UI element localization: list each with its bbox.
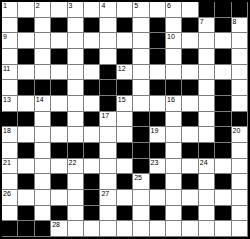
cell-r7c4[interactable] (51, 96, 67, 112)
cell-r6c1[interactable] (2, 80, 18, 96)
cell-r2c6 (84, 18, 100, 34)
cell-r2c4 (51, 18, 67, 34)
cell-r7c15[interactable] (232, 96, 248, 112)
cell-r9c13[interactable] (199, 127, 215, 143)
cell-r1c2[interactable] (18, 2, 34, 18)
cell-r15c1 (2, 221, 18, 237)
cell-r14c7[interactable] (100, 206, 116, 222)
cell-r15c15[interactable] (232, 221, 248, 237)
cell-r6c11 (166, 80, 182, 96)
cell-r1c7[interactable]: 4 (100, 2, 116, 18)
clue-number-9: 9 (3, 33, 7, 40)
cell-r12c2 (18, 174, 34, 190)
cell-r2c3[interactable] (35, 18, 51, 34)
cell-r8c15 (232, 112, 248, 128)
cell-r10c6 (84, 143, 100, 159)
cell-r15c4[interactable]: 28 (51, 221, 67, 237)
cell-r8c12 (182, 112, 198, 128)
cell-r11c4[interactable] (51, 159, 67, 175)
clue-number-25: 25 (134, 174, 142, 181)
cell-r7c11[interactable]: 16 (166, 96, 182, 112)
cell-r8c7[interactable]: 17 (100, 112, 116, 128)
cell-r5c3[interactable] (35, 65, 51, 81)
cell-r13c2[interactable] (18, 190, 34, 206)
cell-r1c14 (215, 2, 231, 18)
cell-r2c10 (150, 18, 166, 34)
cell-r13c5[interactable] (68, 190, 84, 206)
cell-r2c2 (18, 18, 34, 34)
clue-number-17: 17 (101, 112, 109, 119)
cell-r2c15[interactable]: 8 (232, 18, 248, 34)
cell-r12c5[interactable] (68, 174, 84, 190)
cell-r6c13[interactable] (199, 80, 215, 96)
cell-r6c2 (18, 80, 34, 96)
cell-r14c12 (182, 206, 198, 222)
cell-r10c9 (133, 143, 149, 159)
cell-r4c5[interactable] (68, 49, 84, 65)
cell-r8c11[interactable] (166, 112, 182, 128)
cell-r2c13[interactable]: 7 (199, 18, 215, 34)
cell-r4c12 (182, 49, 198, 65)
cell-r9c8[interactable] (117, 127, 133, 143)
cell-r15c5[interactable] (68, 221, 84, 237)
cell-r2c1[interactable] (2, 18, 18, 34)
cell-r10c4 (51, 143, 67, 159)
cell-r13c11[interactable] (166, 190, 182, 206)
cell-r9c14 (215, 127, 231, 143)
cell-r10c7[interactable] (100, 143, 116, 159)
cell-r6c6 (84, 80, 100, 96)
cell-r8c8[interactable] (117, 112, 133, 128)
cell-r1c8[interactable] (117, 2, 133, 18)
clue-number-4: 4 (101, 2, 105, 9)
cell-r3c2[interactable] (18, 33, 34, 49)
cell-r9c12[interactable] (182, 127, 198, 143)
cell-r12c10 (150, 174, 166, 190)
clue-number-18: 18 (3, 127, 11, 134)
cell-r3c12[interactable] (182, 33, 198, 49)
cell-r1c13 (199, 2, 215, 18)
cell-r5c11[interactable] (166, 65, 182, 81)
cell-r4c11[interactable] (166, 49, 182, 65)
cell-r6c14 (215, 80, 231, 96)
cell-r3c11[interactable]: 10 (166, 33, 182, 49)
cell-r8c10 (150, 112, 166, 128)
cell-r9c5[interactable] (68, 127, 84, 143)
cell-r5c12[interactable] (182, 65, 198, 81)
cell-r4c6 (84, 49, 100, 65)
cell-r11c11[interactable] (166, 159, 182, 175)
cell-r3c1[interactable]: 9 (2, 33, 18, 49)
cell-r3c9[interactable] (133, 33, 149, 49)
clue-number-16: 16 (167, 96, 175, 103)
cell-r1c1[interactable]: 1 (2, 2, 18, 18)
cell-r8c4 (51, 112, 67, 128)
cell-r6c8 (117, 80, 133, 96)
cell-r1c15 (232, 2, 248, 18)
cell-r7c1[interactable]: 13 (2, 96, 18, 112)
cell-r10c12 (182, 143, 198, 159)
cell-r2c12 (182, 18, 198, 34)
clue-number-27: 27 (101, 190, 109, 197)
cell-r14c8 (117, 206, 133, 222)
crossword-grid: 1234567891011121314151617181920212223242… (0, 0, 250, 239)
cell-r15c8[interactable] (117, 221, 133, 237)
cell-r10c8 (117, 143, 133, 159)
cell-r6c4 (51, 80, 67, 96)
cell-r9c2[interactable] (18, 127, 34, 143)
cell-r2c9[interactable] (133, 18, 149, 34)
cell-r13c1[interactable]: 26 (2, 190, 18, 206)
cell-r4c9[interactable] (133, 49, 149, 65)
cell-r2c5[interactable] (68, 18, 84, 34)
cell-r12c6 (84, 174, 100, 190)
cell-r12c15[interactable] (232, 174, 248, 190)
cell-r5c8[interactable]: 12 (117, 65, 133, 81)
cell-r5c4[interactable] (51, 65, 67, 81)
cell-r5c14[interactable] (215, 65, 231, 81)
cell-r7c7 (100, 96, 116, 112)
cell-r7c9[interactable] (133, 96, 149, 112)
cell-r15c10[interactable] (150, 221, 166, 237)
cell-r7c8[interactable]: 15 (117, 96, 133, 112)
cell-r11c13[interactable]: 24 (199, 159, 215, 175)
clue-number-23: 23 (151, 159, 159, 166)
clue-number-20: 20 (233, 127, 241, 134)
cell-r8c1 (2, 112, 18, 128)
cell-r10c13 (199, 143, 215, 159)
cell-r14c14 (215, 206, 231, 222)
cell-r12c7[interactable] (100, 174, 116, 190)
cell-r4c15[interactable] (232, 49, 248, 65)
cell-r2c7[interactable] (100, 18, 116, 34)
cell-r13c4[interactable] (51, 190, 67, 206)
cell-r14c5[interactable] (68, 206, 84, 222)
cell-r12c3[interactable] (35, 174, 51, 190)
cell-r12c4 (51, 174, 67, 190)
clue-number-21: 21 (3, 159, 11, 166)
cell-r13c13[interactable] (199, 190, 215, 206)
cell-r3c8[interactable] (117, 33, 133, 49)
clue-number-19: 19 (151, 127, 159, 134)
cell-r1c4[interactable] (51, 2, 67, 18)
cell-r10c2 (18, 143, 34, 159)
cell-r13c9[interactable] (133, 190, 149, 206)
cell-r9c7[interactable] (100, 127, 116, 143)
cell-r9c15[interactable]: 20 (232, 127, 248, 143)
cell-r4c7[interactable] (100, 49, 116, 65)
cell-r11c6[interactable] (84, 159, 100, 175)
cell-r7c14 (215, 96, 231, 112)
clue-number-28: 28 (52, 221, 60, 228)
clue-number-15: 15 (118, 96, 126, 103)
cell-r11c2[interactable] (18, 159, 34, 175)
clue-number-10: 10 (167, 33, 175, 40)
cell-r3c14[interactable] (215, 33, 231, 49)
cell-r13c3[interactable] (35, 190, 51, 206)
cell-r5c1[interactable]: 11 (2, 65, 18, 81)
cell-r11c8[interactable] (117, 159, 133, 175)
clue-number-24: 24 (200, 159, 208, 166)
cell-r13c10[interactable] (150, 190, 166, 206)
cell-r7c12[interactable] (182, 96, 198, 112)
cell-r10c1[interactable] (2, 143, 18, 159)
cell-r10c5 (68, 143, 84, 159)
cell-r11c15[interactable] (232, 159, 248, 175)
clue-number-22: 22 (69, 159, 77, 166)
cell-r10c11[interactable] (166, 143, 182, 159)
cell-r11c1[interactable]: 21 (2, 159, 18, 175)
cell-r5c9[interactable] (133, 65, 149, 81)
cell-r14c11[interactable] (166, 206, 182, 222)
cell-r9c10[interactable]: 19 (150, 127, 166, 143)
clue-number-14: 14 (36, 96, 44, 103)
crossword-cells: 1234567891011121314151617181920212223242… (2, 2, 248, 237)
cell-r3c5[interactable] (68, 33, 84, 49)
cell-r7c2[interactable] (18, 96, 34, 112)
clue-number-5: 5 (134, 2, 138, 9)
cell-r1c3[interactable]: 2 (35, 2, 51, 18)
cell-r10c10 (150, 143, 166, 159)
cell-r9c3[interactable] (35, 127, 51, 143)
cell-r9c6[interactable] (84, 127, 100, 143)
cell-r3c3[interactable] (35, 33, 51, 49)
clue-number-2: 2 (36, 2, 40, 9)
cell-r12c13[interactable] (199, 174, 215, 190)
clue-number-26: 26 (3, 190, 11, 197)
clue-number-3: 3 (69, 2, 73, 9)
cell-r4c4 (51, 49, 67, 65)
cell-r1c11[interactable]: 6 (166, 2, 182, 18)
cell-r10c14 (215, 143, 231, 159)
cell-r15c9[interactable] (133, 221, 149, 237)
cell-r14c4 (51, 206, 67, 222)
cell-r4c3[interactable] (35, 49, 51, 65)
cell-r3c10 (150, 33, 166, 49)
cell-r8c14 (215, 112, 231, 128)
cell-r5c15[interactable] (232, 65, 248, 81)
cell-r11c7[interactable] (100, 159, 116, 175)
cell-r3c6[interactable] (84, 33, 100, 49)
cell-r4c2 (18, 49, 34, 65)
cell-r15c3 (35, 221, 51, 237)
clue-number-13: 13 (3, 96, 11, 103)
cell-r2c14 (215, 18, 231, 34)
cell-r9c4[interactable] (51, 127, 67, 143)
cell-r5c6[interactable] (84, 65, 100, 81)
clue-number-11: 11 (3, 65, 10, 72)
cell-r14c6 (84, 206, 100, 222)
cell-r7c6[interactable] (84, 96, 100, 112)
cell-r14c9[interactable] (133, 206, 149, 222)
cell-r7c13[interactable] (199, 96, 215, 112)
cell-r6c10 (150, 80, 166, 96)
cell-r9c9 (133, 127, 149, 143)
cell-r15c7[interactable] (100, 221, 116, 237)
cell-r8c5[interactable] (68, 112, 84, 128)
cell-r14c10 (150, 206, 166, 222)
cell-r15c12[interactable] (182, 221, 198, 237)
cell-r14c13[interactable] (199, 206, 215, 222)
cell-r4c13[interactable] (199, 49, 215, 65)
cell-r8c9 (133, 112, 149, 128)
cell-r15c6[interactable] (84, 221, 100, 237)
cell-r13c15[interactable] (232, 190, 248, 206)
cell-r6c12 (182, 80, 198, 96)
cell-r1c12[interactable] (182, 2, 198, 18)
clue-number-8: 8 (233, 18, 237, 25)
cell-r7c10[interactable] (150, 96, 166, 112)
cell-r15c14[interactable] (215, 221, 231, 237)
cell-r8c13[interactable] (199, 112, 215, 128)
cell-r9c1[interactable]: 18 (2, 127, 18, 143)
cell-r5c13[interactable] (199, 65, 215, 81)
cell-r3c4[interactable] (51, 33, 67, 49)
cell-r11c9 (133, 159, 149, 175)
clue-number-12: 12 (118, 65, 126, 72)
cell-r6c15[interactable] (232, 80, 248, 96)
cell-r15c11[interactable] (166, 221, 182, 237)
cell-r7c5[interactable] (68, 96, 84, 112)
cell-r4c8 (117, 49, 133, 65)
cell-r13c8[interactable] (117, 190, 133, 206)
cell-r13c14[interactable] (215, 190, 231, 206)
cell-r6c3 (35, 80, 51, 96)
cell-r14c2 (18, 206, 34, 222)
cell-r11c10[interactable]: 23 (150, 159, 166, 175)
cell-r4c10 (150, 49, 166, 65)
clue-number-6: 6 (167, 2, 171, 9)
cell-r13c7[interactable]: 27 (100, 190, 116, 206)
cell-r12c14 (215, 174, 231, 190)
cell-r7c3[interactable]: 14 (35, 96, 51, 112)
cell-r4c1[interactable] (2, 49, 18, 65)
cell-r1c6[interactable] (84, 2, 100, 18)
cell-r12c8 (117, 174, 133, 190)
cell-r12c11[interactable] (166, 174, 182, 190)
cell-r15c2 (18, 221, 34, 237)
cell-r3c13[interactable] (199, 33, 215, 49)
cell-r5c5[interactable] (68, 65, 84, 81)
cell-r11c5[interactable]: 22 (68, 159, 84, 175)
cell-r2c8 (117, 18, 133, 34)
cell-r13c6 (84, 190, 100, 206)
cell-r11c12[interactable] (182, 159, 198, 175)
cell-r12c1[interactable] (2, 174, 18, 190)
cell-r13c12[interactable] (182, 190, 198, 206)
cell-r6c5[interactable] (68, 80, 84, 96)
cell-r2c11[interactable] (166, 18, 182, 34)
cell-r3c7[interactable] (100, 33, 116, 49)
cell-r1c10[interactable] (150, 2, 166, 18)
clue-number-1: 1 (3, 2, 7, 9)
cell-r14c3[interactable] (35, 206, 51, 222)
cell-r14c1[interactable] (2, 206, 18, 222)
cell-r6c9[interactable] (133, 80, 149, 96)
cell-r5c10[interactable] (150, 65, 166, 81)
cell-r15c13[interactable] (199, 221, 215, 237)
cell-r12c9[interactable]: 25 (133, 174, 149, 190)
cell-r10c15[interactable] (232, 143, 248, 159)
cell-r14c15[interactable] (232, 206, 248, 222)
cell-r8c6 (84, 112, 100, 128)
cell-r12c12 (182, 174, 198, 190)
cell-r5c7 (100, 65, 116, 81)
cell-r5c2[interactable] (18, 65, 34, 81)
cell-r6c7 (100, 80, 116, 96)
cell-r9c11[interactable] (166, 127, 182, 143)
cell-r11c3[interactable] (35, 159, 51, 175)
cell-r8c3[interactable] (35, 112, 51, 128)
cell-r11c14[interactable] (215, 159, 231, 175)
cell-r3c15[interactable] (232, 33, 248, 49)
cell-r10c3[interactable] (35, 143, 51, 159)
cell-r4c14 (215, 49, 231, 65)
clue-number-7: 7 (200, 18, 204, 25)
cell-r8c2 (18, 112, 34, 128)
cell-r1c5[interactable]: 3 (68, 2, 84, 18)
cell-r1c9[interactable]: 5 (133, 2, 149, 18)
